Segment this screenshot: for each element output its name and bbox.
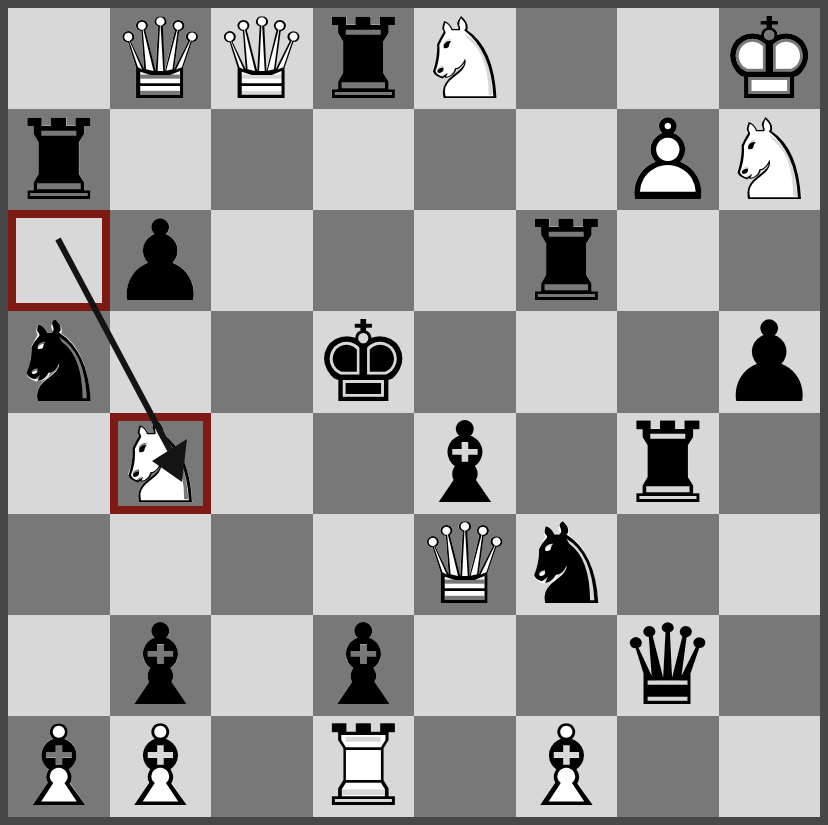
square-f8[interactable]: [516, 8, 618, 109]
white-queen-glyph-outline: ♕: [414, 514, 516, 615]
square-h4[interactable]: [719, 413, 821, 514]
black-rook-glyph-outline: ♜: [516, 210, 618, 311]
square-a7[interactable]: ♖♜: [8, 109, 110, 210]
black-rook-glyph-outline: ♜: [8, 109, 110, 210]
square-h3[interactable]: [719, 514, 821, 615]
square-a3[interactable]: [8, 514, 110, 615]
black-rook-glyph-outline: ♜: [617, 413, 719, 514]
square-g4[interactable]: ♖♜: [617, 413, 719, 514]
square-g2[interactable]: ♕♛: [617, 615, 719, 716]
black-rook-piece[interactable]: ♖♜: [313, 8, 415, 109]
black-queen-piece[interactable]: ♕♛: [617, 615, 719, 716]
square-b6[interactable]: ♙♟: [110, 210, 212, 311]
square-c7[interactable]: [211, 109, 313, 210]
square-d7[interactable]: [313, 109, 415, 210]
black-knight-piece[interactable]: ♘♞: [516, 514, 618, 615]
white-rook-piece[interactable]: ♜♖: [313, 716, 415, 817]
white-queen-glyph-outline: ♕: [110, 8, 212, 109]
white-knight-glyph-outline: ♘: [110, 413, 212, 514]
white-knight-glyph-outline: ♘: [414, 8, 516, 109]
white-queen-piece[interactable]: ♛♕: [211, 8, 313, 109]
white-knight-glyph-outline: ♘: [719, 109, 821, 210]
white-pawn-piece[interactable]: ♟♙: [617, 109, 719, 210]
white-rook-glyph-outline: ♖: [313, 716, 415, 817]
square-e1[interactable]: [414, 716, 516, 817]
black-knight-piece[interactable]: ♘♞: [8, 311, 110, 412]
square-e2[interactable]: [414, 615, 516, 716]
square-h5[interactable]: ♙♟: [719, 311, 821, 412]
square-h2[interactable]: [719, 615, 821, 716]
white-queen-piece[interactable]: ♛♕: [110, 8, 212, 109]
black-rook-piece[interactable]: ♖♜: [516, 210, 618, 311]
square-d8[interactable]: ♖♜: [313, 8, 415, 109]
board-grid: ♛♕♛♕♖♜♞♘♚♔♖♜♟♙♞♘♙♟♖♜♘♞♔♚♙♟♞♘♗♝♖♜♛♕♘♞♗♝♗♝…: [8, 8, 820, 817]
square-d4[interactable]: [313, 413, 415, 514]
square-f5[interactable]: [516, 311, 618, 412]
black-pawn-glyph-outline: ♟: [719, 311, 821, 412]
white-bishop-piece[interactable]: ♝♗: [516, 716, 618, 817]
black-pawn-piece[interactable]: ♙♟: [719, 311, 821, 412]
black-pawn-glyph-outline: ♟: [110, 210, 212, 311]
square-e7[interactable]: [414, 109, 516, 210]
square-a5[interactable]: ♘♞: [8, 311, 110, 412]
square-h7[interactable]: ♞♘: [719, 109, 821, 210]
square-a1[interactable]: ♝♗: [8, 716, 110, 817]
square-c6[interactable]: [211, 210, 313, 311]
square-a4[interactable]: [8, 413, 110, 514]
square-d1[interactable]: ♜♖: [313, 716, 415, 817]
white-bishop-glyph-outline: ♗: [516, 716, 618, 817]
square-d5[interactable]: ♔♚: [313, 311, 415, 412]
square-b1[interactable]: ♝♗: [110, 716, 212, 817]
black-rook-glyph-outline: ♜: [313, 8, 415, 109]
square-g6[interactable]: [617, 210, 719, 311]
chess-board: ♛♕♛♕♖♜♞♘♚♔♖♜♟♙♞♘♙♟♖♜♘♞♔♚♙♟♞♘♗♝♖♜♛♕♘♞♗♝♗♝…: [0, 0, 828, 825]
black-rook-piece[interactable]: ♖♜: [617, 413, 719, 514]
square-c3[interactable]: [211, 514, 313, 615]
white-queen-glyph-outline: ♕: [211, 8, 313, 109]
white-king-piece[interactable]: ♚♔: [719, 8, 821, 109]
square-f6[interactable]: ♖♜: [516, 210, 618, 311]
square-g8[interactable]: [617, 8, 719, 109]
square-h8[interactable]: ♚♔: [719, 8, 821, 109]
square-e3[interactable]: ♛♕: [414, 514, 516, 615]
square-c1[interactable]: [211, 716, 313, 817]
square-f3[interactable]: ♘♞: [516, 514, 618, 615]
square-c4[interactable]: [211, 413, 313, 514]
white-pawn-glyph-outline: ♙: [617, 109, 719, 210]
square-g1[interactable]: [617, 716, 719, 817]
square-b8[interactable]: ♛♕: [110, 8, 212, 109]
white-bishop-piece[interactable]: ♝♗: [110, 716, 212, 817]
square-f1[interactable]: ♝♗: [516, 716, 618, 817]
square-c2[interactable]: [211, 615, 313, 716]
white-bishop-glyph-outline: ♗: [8, 716, 110, 817]
white-bishop-glyph-outline: ♗: [110, 716, 212, 817]
square-c8[interactable]: ♛♕: [211, 8, 313, 109]
black-king-piece[interactable]: ♔♚: [313, 311, 415, 412]
square-e6[interactable]: [414, 210, 516, 311]
white-knight-piece[interactable]: ♞♘: [110, 413, 212, 514]
white-knight-piece[interactable]: ♞♘: [414, 8, 516, 109]
square-e8[interactable]: ♞♘: [414, 8, 516, 109]
square-h1[interactable]: [719, 716, 821, 817]
white-bishop-piece[interactable]: ♝♗: [8, 716, 110, 817]
white-king-glyph-outline: ♔: [719, 8, 821, 109]
black-pawn-piece[interactable]: ♙♟: [110, 210, 212, 311]
black-knight-glyph-outline: ♞: [8, 311, 110, 412]
square-c5[interactable]: [211, 311, 313, 412]
black-queen-glyph-outline: ♛: [617, 615, 719, 716]
square-g7[interactable]: ♟♙: [617, 109, 719, 210]
white-knight-piece[interactable]: ♞♘: [719, 109, 821, 210]
black-knight-glyph-outline: ♞: [516, 514, 618, 615]
white-queen-piece[interactable]: ♛♕: [414, 514, 516, 615]
black-rook-piece[interactable]: ♖♜: [8, 109, 110, 210]
square-b4[interactable]: ♞♘: [110, 413, 212, 514]
square-a8[interactable]: [8, 8, 110, 109]
black-king-glyph-outline: ♚: [313, 311, 415, 412]
